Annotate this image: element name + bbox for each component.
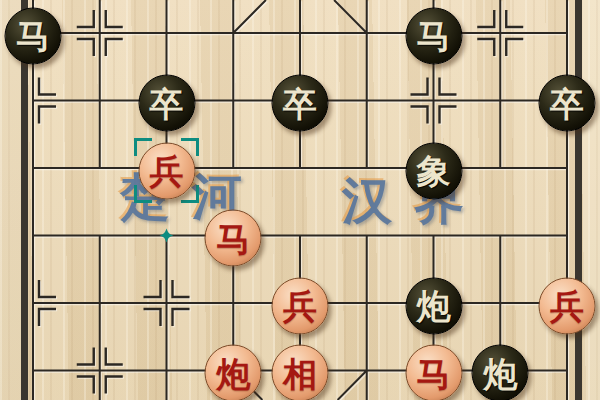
piece-character: 马 xyxy=(417,356,451,390)
piece-red-elephant[interactable]: 相 xyxy=(272,345,329,400)
piece-black-horse[interactable]: 马 xyxy=(405,7,462,64)
piece-character: 卒 xyxy=(283,86,317,120)
piece-character: 卒 xyxy=(150,86,184,120)
piece-character: 炮 xyxy=(483,356,517,390)
piece-red-horse[interactable]: 马 xyxy=(405,345,462,400)
xiangqi-board[interactable]: 楚河 汉界 马马卒卒卒象炮炮兵马兵兵炮相马 xyxy=(0,0,600,400)
piece-black-cannon[interactable]: 炮 xyxy=(405,277,462,334)
piece-black-elephant[interactable]: 象 xyxy=(405,142,462,199)
piece-character: 马 xyxy=(216,221,250,255)
piece-character: 象 xyxy=(417,154,451,188)
piece-black-soldier[interactable]: 卒 xyxy=(138,75,195,132)
piece-red-soldier[interactable]: 兵 xyxy=(539,277,596,334)
piece-red-soldier[interactable]: 兵 xyxy=(272,277,329,334)
piece-character: 兵 xyxy=(550,289,584,323)
piece-red-soldier[interactable]: 兵 xyxy=(138,142,195,199)
piece-character: 马 xyxy=(16,19,50,53)
piece-black-soldier[interactable]: 卒 xyxy=(272,75,329,132)
piece-red-horse[interactable]: 马 xyxy=(205,210,262,267)
piece-character: 相 xyxy=(283,356,317,390)
piece-character: 兵 xyxy=(150,154,184,188)
piece-character: 卒 xyxy=(550,86,584,120)
piece-black-soldier[interactable]: 卒 xyxy=(539,75,596,132)
piece-black-horse[interactable]: 马 xyxy=(5,7,62,64)
piece-character: 炮 xyxy=(216,356,250,390)
piece-black-cannon[interactable]: 炮 xyxy=(472,345,529,400)
piece-red-cannon[interactable]: 炮 xyxy=(205,345,262,400)
move-origin-marker xyxy=(160,229,174,243)
move-highlights xyxy=(0,0,600,400)
piece-character: 马 xyxy=(417,19,451,53)
piece-character: 炮 xyxy=(417,289,451,323)
piece-character: 兵 xyxy=(283,289,317,323)
